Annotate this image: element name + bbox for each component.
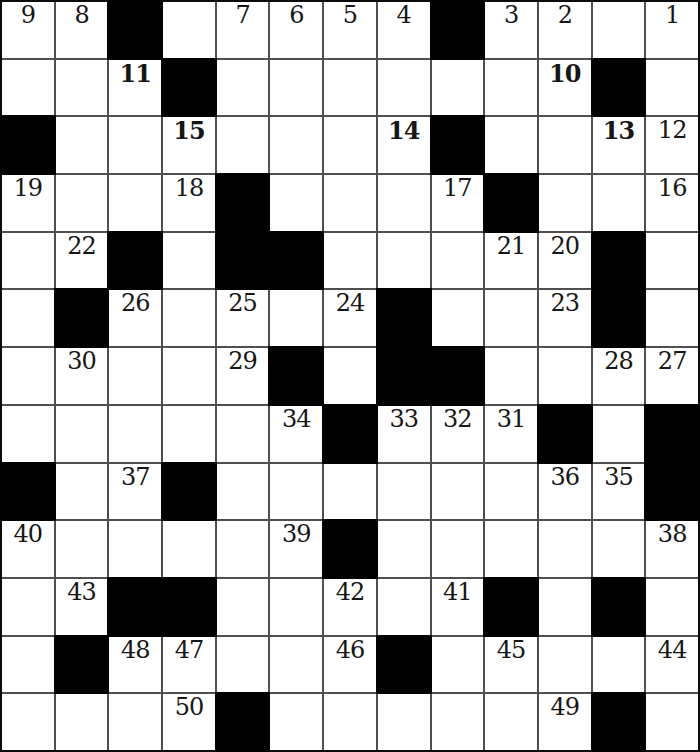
grid-cell[interactable]: 40 bbox=[2, 521, 54, 577]
grid-cell[interactable] bbox=[485, 694, 537, 750]
grid-cell[interactable] bbox=[646, 290, 698, 346]
clue-number: 47 bbox=[163, 638, 215, 663]
grid-cell[interactable] bbox=[109, 175, 161, 231]
grid-cell[interactable] bbox=[2, 290, 54, 346]
grid-cell[interactable] bbox=[163, 521, 215, 577]
grid-cell[interactable]: 46 bbox=[324, 637, 376, 693]
grid-cell[interactable] bbox=[2, 694, 54, 750]
clue-number: 39 bbox=[270, 522, 322, 547]
block-cell bbox=[217, 175, 269, 231]
grid-cell[interactable]: 20 bbox=[539, 233, 591, 289]
grid-cell[interactable] bbox=[378, 464, 430, 520]
grid-cell[interactable] bbox=[593, 406, 645, 462]
block-cell bbox=[324, 521, 376, 577]
block-cell bbox=[485, 175, 537, 231]
grid-cell[interactable] bbox=[378, 521, 430, 577]
grid-cell[interactable]: 37 bbox=[109, 464, 161, 520]
grid-cell[interactable]: 34 bbox=[270, 406, 322, 462]
clue-number: 11 bbox=[109, 61, 161, 86]
grid-cell[interactable]: 44 bbox=[646, 637, 698, 693]
grid-cell[interactable] bbox=[324, 694, 376, 750]
clue-number: 12 bbox=[646, 118, 698, 143]
grid-cell[interactable] bbox=[217, 637, 269, 693]
grid-cell[interactable] bbox=[324, 464, 376, 520]
block-cell bbox=[432, 117, 484, 173]
grid-cell[interactable] bbox=[324, 60, 376, 116]
grid-cell[interactable]: 9 bbox=[2, 2, 54, 58]
grid-cell[interactable]: 45 bbox=[485, 637, 537, 693]
block-cell bbox=[378, 637, 430, 693]
grid-cell[interactable] bbox=[485, 290, 537, 346]
clue-number: 22 bbox=[56, 234, 108, 259]
grid-cell[interactable] bbox=[2, 348, 54, 404]
clue-number: 46 bbox=[324, 638, 376, 663]
block-cell bbox=[2, 117, 54, 173]
grid-cell[interactable] bbox=[109, 521, 161, 577]
grid-cell[interactable] bbox=[378, 60, 430, 116]
crossword-grid: 9876543211110151413121918171622212026252… bbox=[0, 0, 700, 752]
grid-cell[interactable] bbox=[163, 2, 215, 58]
block-cell bbox=[163, 579, 215, 635]
grid-cell[interactable]: 18 bbox=[163, 175, 215, 231]
clue-number: 13 bbox=[593, 118, 645, 143]
clue-number: 36 bbox=[539, 465, 591, 490]
grid-cell[interactable] bbox=[109, 348, 161, 404]
grid-cell[interactable] bbox=[163, 406, 215, 462]
grid-cell[interactable] bbox=[432, 233, 484, 289]
clue-number: 3 bbox=[485, 3, 537, 28]
grid-cell[interactable] bbox=[56, 175, 108, 231]
grid-cell[interactable]: 5 bbox=[324, 2, 376, 58]
grid-cell[interactable]: 43 bbox=[56, 579, 108, 635]
grid-cell[interactable] bbox=[646, 579, 698, 635]
clue-number: 17 bbox=[432, 176, 484, 201]
grid-cell[interactable]: 27 bbox=[646, 348, 698, 404]
grid-cell[interactable]: 49 bbox=[539, 694, 591, 750]
block-cell bbox=[56, 637, 108, 693]
grid-cell[interactable]: 39 bbox=[270, 521, 322, 577]
grid-cell[interactable] bbox=[217, 464, 269, 520]
clue-number: 38 bbox=[646, 522, 698, 547]
grid-cell[interactable] bbox=[163, 233, 215, 289]
grid-cell[interactable] bbox=[646, 233, 698, 289]
grid-cell[interactable] bbox=[485, 464, 537, 520]
block-cell bbox=[378, 348, 430, 404]
clue-number: 44 bbox=[646, 638, 698, 663]
clue-number: 18 bbox=[163, 176, 215, 201]
clue-number: 23 bbox=[539, 291, 591, 316]
grid-cell[interactable] bbox=[432, 464, 484, 520]
grid-cell[interactable] bbox=[109, 406, 161, 462]
clue-number: 41 bbox=[432, 580, 484, 605]
grid-cell[interactable] bbox=[2, 233, 54, 289]
grid-cell[interactable]: 3 bbox=[485, 2, 537, 58]
clue-number: 25 bbox=[217, 291, 269, 316]
block-cell bbox=[432, 2, 484, 58]
grid-cell[interactable]: 42 bbox=[324, 579, 376, 635]
grid-cell[interactable]: 41 bbox=[432, 579, 484, 635]
grid-cell[interactable] bbox=[432, 521, 484, 577]
grid-cell[interactable]: 50 bbox=[163, 694, 215, 750]
grid-cell[interactable]: 8 bbox=[56, 2, 108, 58]
block-cell bbox=[485, 579, 537, 635]
grid-cell[interactable] bbox=[270, 464, 322, 520]
grid-cell[interactable]: 14 bbox=[378, 117, 430, 173]
clue-number: 37 bbox=[109, 465, 161, 490]
block-cell bbox=[163, 464, 215, 520]
grid-cell[interactable]: 7 bbox=[217, 2, 269, 58]
clue-number: 1 bbox=[646, 3, 698, 28]
clue-number: 33 bbox=[378, 407, 430, 432]
block-cell bbox=[593, 579, 645, 635]
grid-cell[interactable] bbox=[217, 117, 269, 173]
grid-cell[interactable] bbox=[539, 117, 591, 173]
grid-cell[interactable] bbox=[2, 60, 54, 116]
clue-number: 48 bbox=[109, 638, 161, 663]
grid-cell[interactable]: 25 bbox=[217, 290, 269, 346]
clue-number: 40 bbox=[2, 522, 54, 547]
clue-number: 2 bbox=[539, 3, 591, 28]
clue-number: 29 bbox=[217, 349, 269, 374]
grid-cell[interactable] bbox=[593, 175, 645, 231]
grid-cell[interactable]: 38 bbox=[646, 521, 698, 577]
grid-cell[interactable] bbox=[217, 406, 269, 462]
grid-cell[interactable]: 21 bbox=[485, 233, 537, 289]
grid-cell[interactable] bbox=[432, 60, 484, 116]
grid-cell[interactable] bbox=[432, 694, 484, 750]
block-cell bbox=[646, 406, 698, 462]
grid-cell[interactable] bbox=[217, 60, 269, 116]
grid-cell[interactable] bbox=[646, 694, 698, 750]
clue-number: 16 bbox=[646, 176, 698, 201]
clue-number: 14 bbox=[378, 118, 430, 143]
block-cell bbox=[270, 348, 322, 404]
grid-cell[interactable] bbox=[432, 637, 484, 693]
clue-number: 8 bbox=[56, 3, 108, 28]
clue-number: 7 bbox=[217, 3, 269, 28]
grid-cell[interactable] bbox=[270, 117, 322, 173]
block-cell bbox=[109, 2, 161, 58]
grid-cell[interactable] bbox=[432, 290, 484, 346]
block-cell bbox=[646, 464, 698, 520]
grid-cell[interactable] bbox=[2, 406, 54, 462]
block-cell bbox=[593, 233, 645, 289]
grid-cell[interactable]: 13 bbox=[593, 117, 645, 173]
grid-cell[interactable] bbox=[539, 521, 591, 577]
clue-number: 20 bbox=[539, 234, 591, 259]
grid-cell[interactable] bbox=[56, 60, 108, 116]
clue-number: 27 bbox=[646, 349, 698, 374]
grid-cell[interactable]: 29 bbox=[217, 348, 269, 404]
grid-cell[interactable]: 2 bbox=[539, 2, 591, 58]
clue-number: 34 bbox=[270, 407, 322, 432]
grid-cell[interactable] bbox=[324, 117, 376, 173]
grid-cell[interactable] bbox=[56, 464, 108, 520]
block-cell bbox=[2, 464, 54, 520]
block-cell bbox=[593, 60, 645, 116]
block-cell bbox=[109, 579, 161, 635]
grid-cell[interactable] bbox=[109, 694, 161, 750]
grid-cell[interactable]: 26 bbox=[109, 290, 161, 346]
clue-number: 19 bbox=[2, 176, 54, 201]
clue-number: 50 bbox=[163, 695, 215, 720]
clue-number: 35 bbox=[593, 465, 645, 490]
grid-cell[interactable]: 19 bbox=[2, 175, 54, 231]
block-cell bbox=[593, 694, 645, 750]
clue-number: 32 bbox=[432, 407, 484, 432]
block-cell bbox=[432, 348, 484, 404]
block-cell bbox=[217, 694, 269, 750]
clue-number: 42 bbox=[324, 580, 376, 605]
clue-number: 49 bbox=[539, 695, 591, 720]
grid-cell[interactable]: 24 bbox=[324, 290, 376, 346]
grid-cell[interactable]: 35 bbox=[593, 464, 645, 520]
crossword-board: 9876543211110151413121918171622212026252… bbox=[0, 0, 700, 752]
clue-number: 10 bbox=[539, 61, 591, 86]
grid-cell[interactable]: 30 bbox=[56, 348, 108, 404]
clue-number: 5 bbox=[324, 3, 376, 28]
grid-cell[interactable] bbox=[56, 694, 108, 750]
grid-cell[interactable]: 36 bbox=[539, 464, 591, 520]
grid-cell[interactable]: 6 bbox=[270, 2, 322, 58]
grid-cell[interactable] bbox=[485, 117, 537, 173]
grid-cell[interactable] bbox=[270, 175, 322, 231]
clue-number: 24 bbox=[324, 291, 376, 316]
clue-number: 31 bbox=[485, 407, 537, 432]
grid-cell[interactable] bbox=[539, 637, 591, 693]
grid-cell[interactable] bbox=[485, 521, 537, 577]
grid-cell[interactable]: 28 bbox=[593, 348, 645, 404]
grid-cell[interactable] bbox=[324, 175, 376, 231]
grid-cell[interactable] bbox=[56, 117, 108, 173]
grid-cell[interactable]: 32 bbox=[432, 406, 484, 462]
grid-cell[interactable] bbox=[270, 290, 322, 346]
grid-cell[interactable]: 31 bbox=[485, 406, 537, 462]
grid-cell[interactable]: 15 bbox=[163, 117, 215, 173]
grid-cell[interactable]: 17 bbox=[432, 175, 484, 231]
grid-cell[interactable] bbox=[539, 175, 591, 231]
grid-cell[interactable] bbox=[539, 348, 591, 404]
grid-cell[interactable] bbox=[270, 694, 322, 750]
grid-cell[interactable]: 23 bbox=[539, 290, 591, 346]
grid-cell[interactable] bbox=[56, 406, 108, 462]
grid-cell[interactable] bbox=[217, 579, 269, 635]
grid-cell[interactable]: 22 bbox=[56, 233, 108, 289]
grid-cell[interactable] bbox=[270, 60, 322, 116]
grid-cell[interactable] bbox=[485, 348, 537, 404]
clue-number: 15 bbox=[163, 118, 215, 143]
block-cell bbox=[163, 60, 215, 116]
grid-cell[interactable] bbox=[2, 579, 54, 635]
block-cell bbox=[593, 290, 645, 346]
grid-cell[interactable]: 1 bbox=[646, 2, 698, 58]
grid-cell[interactable]: 48 bbox=[109, 637, 161, 693]
grid-cell[interactable]: 33 bbox=[378, 406, 430, 462]
grid-cell[interactable]: 12 bbox=[646, 117, 698, 173]
block-cell bbox=[270, 233, 322, 289]
grid-cell[interactable] bbox=[593, 2, 645, 58]
grid-cell[interactable] bbox=[485, 60, 537, 116]
grid-cell[interactable] bbox=[378, 694, 430, 750]
grid-cell[interactable] bbox=[324, 348, 376, 404]
grid-cell[interactable] bbox=[378, 579, 430, 635]
block-cell bbox=[56, 290, 108, 346]
grid-cell[interactable]: 10 bbox=[539, 60, 591, 116]
clue-number: 9 bbox=[2, 3, 54, 28]
clue-number: 28 bbox=[593, 349, 645, 374]
clue-number: 6 bbox=[270, 3, 322, 28]
clue-number: 21 bbox=[485, 234, 537, 259]
grid-cell[interactable] bbox=[270, 579, 322, 635]
grid-cell[interactable] bbox=[270, 637, 322, 693]
block-cell bbox=[109, 233, 161, 289]
grid-cell[interactable] bbox=[324, 233, 376, 289]
clue-number: 26 bbox=[109, 291, 161, 316]
grid-cell[interactable] bbox=[2, 637, 54, 693]
block-cell bbox=[324, 406, 376, 462]
grid-cell[interactable] bbox=[378, 233, 430, 289]
grid-cell[interactable]: 4 bbox=[378, 2, 430, 58]
grid-cell[interactable]: 11 bbox=[109, 60, 161, 116]
grid-cell[interactable] bbox=[163, 348, 215, 404]
clue-number: 30 bbox=[56, 349, 108, 374]
grid-cell[interactable] bbox=[593, 521, 645, 577]
clue-number: 4 bbox=[378, 3, 430, 28]
grid-cell[interactable] bbox=[217, 521, 269, 577]
block-cell bbox=[378, 290, 430, 346]
clue-number: 43 bbox=[56, 580, 108, 605]
grid-cell[interactable] bbox=[539, 579, 591, 635]
grid-cell[interactable] bbox=[378, 175, 430, 231]
grid-cell[interactable] bbox=[56, 521, 108, 577]
clue-number: 45 bbox=[485, 638, 537, 663]
block-cell bbox=[539, 406, 591, 462]
grid-cell[interactable] bbox=[109, 117, 161, 173]
block-cell bbox=[217, 233, 269, 289]
grid-cell[interactable] bbox=[646, 60, 698, 116]
grid-cell[interactable]: 16 bbox=[646, 175, 698, 231]
grid-cell[interactable] bbox=[593, 637, 645, 693]
grid-cell[interactable] bbox=[163, 290, 215, 346]
grid-cell[interactable]: 47 bbox=[163, 637, 215, 693]
